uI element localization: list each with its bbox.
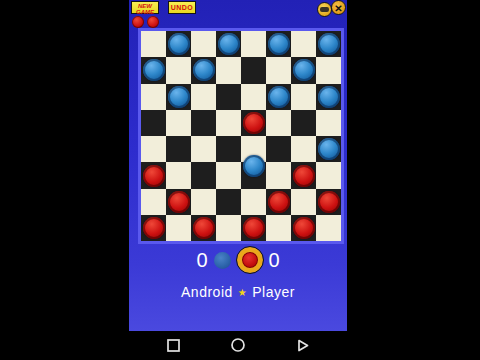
board-square-light xyxy=(191,84,216,110)
board-square-dark[interactable] xyxy=(216,136,241,162)
board-square-dark[interactable] xyxy=(141,57,166,83)
checker-red[interactable] xyxy=(318,191,340,213)
board-square-light xyxy=(266,110,291,136)
captured-red-tray xyxy=(132,16,159,28)
android-nav-bar xyxy=(129,330,347,360)
checker-red[interactable] xyxy=(193,217,215,239)
android-score: 0 xyxy=(196,249,207,272)
undo-button[interactable]: UNDO xyxy=(168,1,196,14)
board-square-dark[interactable] xyxy=(191,57,216,83)
board-square-dark[interactable] xyxy=(141,215,166,241)
player-label: Player xyxy=(252,284,295,300)
board-square-dark[interactable] xyxy=(266,136,291,162)
board-square-light xyxy=(316,215,341,241)
board-square-light xyxy=(316,57,341,83)
board-square-light xyxy=(266,162,291,188)
board-square-dark[interactable] xyxy=(241,57,266,83)
board-square-light xyxy=(316,110,341,136)
board-square-light xyxy=(316,162,341,188)
checker-blue[interactable] xyxy=(143,59,165,81)
back-button[interactable] xyxy=(295,338,310,353)
checker-red[interactable] xyxy=(293,165,315,187)
checker-red[interactable] xyxy=(268,191,290,213)
board-square-dark[interactable] xyxy=(191,110,216,136)
board-square-light xyxy=(216,57,241,83)
checker-red[interactable] xyxy=(243,217,265,239)
close-icon[interactable]: ✕ xyxy=(331,0,346,15)
checker-blue[interactable] xyxy=(218,33,240,55)
checker-red[interactable] xyxy=(143,165,165,187)
board-square-light xyxy=(141,84,166,110)
board-square-dark[interactable] xyxy=(166,84,191,110)
board-square-dark[interactable] xyxy=(166,31,191,57)
board-square-dark[interactable] xyxy=(316,84,341,110)
board-square-dark[interactable] xyxy=(316,189,341,215)
board-square-dark[interactable] xyxy=(316,136,341,162)
board-square-dark[interactable] xyxy=(241,110,266,136)
captured-red-piece-icon xyxy=(132,16,144,28)
board-square-dark[interactable] xyxy=(291,162,316,188)
board-square-dark[interactable] xyxy=(266,31,291,57)
recorder-badge-band xyxy=(320,7,329,12)
home-button[interactable] xyxy=(230,337,246,353)
checker-blue[interactable] xyxy=(318,138,340,160)
board-square-light xyxy=(241,31,266,57)
board-square-dark[interactable] xyxy=(191,215,216,241)
board-square-light xyxy=(141,31,166,57)
board-square-dark[interactable] xyxy=(316,31,341,57)
checker-blue[interactable] xyxy=(243,155,265,177)
board xyxy=(138,28,344,244)
checker-red[interactable] xyxy=(293,217,315,239)
checker-red[interactable] xyxy=(243,112,265,134)
new-game-label-line2: GAME xyxy=(132,9,158,15)
board-square-light xyxy=(141,136,166,162)
blue-piece-icon xyxy=(214,252,231,269)
board-square-dark[interactable] xyxy=(266,84,291,110)
board-square-dark[interactable] xyxy=(241,215,266,241)
captured-red-piece-icon xyxy=(147,16,159,28)
checker-blue[interactable] xyxy=(318,86,340,108)
board-square-light xyxy=(291,31,316,57)
board-square-light xyxy=(291,84,316,110)
board-square-dark[interactable] xyxy=(291,215,316,241)
star-icon: ★ xyxy=(238,287,247,298)
board-square-dark[interactable] xyxy=(216,84,241,110)
score-row: 0 0 xyxy=(129,247,347,273)
board-square-light xyxy=(241,189,266,215)
checker-red[interactable] xyxy=(143,217,165,239)
board-square-light xyxy=(216,110,241,136)
board-square-dark[interactable] xyxy=(166,136,191,162)
checker-blue[interactable] xyxy=(168,86,190,108)
board-square-light xyxy=(191,31,216,57)
board-square-dark[interactable] xyxy=(166,189,191,215)
board-square-dark[interactable] xyxy=(266,189,291,215)
players-caption: Android★Player xyxy=(129,284,347,300)
board-square-dark[interactable] xyxy=(291,110,316,136)
player-score: 0 xyxy=(269,249,280,272)
checker-red[interactable] xyxy=(168,191,190,213)
new-game-button[interactable]: NEW GAME xyxy=(131,1,159,14)
board-square-light xyxy=(191,189,216,215)
phone-screen: NEW GAME UNDO ✕ 0 0 Android★Player xyxy=(129,0,347,360)
board-square-light xyxy=(266,215,291,241)
board-square-light xyxy=(216,215,241,241)
board-square-light xyxy=(166,57,191,83)
board-square-light xyxy=(166,162,191,188)
board-square-light xyxy=(166,110,191,136)
board-square-dark[interactable] xyxy=(216,189,241,215)
recents-button[interactable] xyxy=(166,338,181,353)
board-square-light xyxy=(141,189,166,215)
checker-blue[interactable] xyxy=(268,33,290,55)
board-square-light xyxy=(166,215,191,241)
checker-blue[interactable] xyxy=(193,59,215,81)
red-turn-indicator-icon xyxy=(237,247,263,273)
board-square-light xyxy=(291,189,316,215)
board-square-dark[interactable] xyxy=(141,162,166,188)
checker-blue[interactable] xyxy=(318,33,340,55)
checkers-app: NEW GAME UNDO ✕ 0 0 Android★Player xyxy=(129,0,347,331)
board-square-light xyxy=(241,84,266,110)
recorder-badge-icon xyxy=(317,2,332,17)
board-square-dark[interactable] xyxy=(216,31,241,57)
board-square-light xyxy=(191,136,216,162)
board-square-dark[interactable] xyxy=(291,57,316,83)
board-square-dark[interactable] xyxy=(191,162,216,188)
board-square-dark[interactable] xyxy=(141,110,166,136)
board-square-light xyxy=(291,136,316,162)
android-label: Android xyxy=(181,284,233,300)
checker-blue[interactable] xyxy=(268,86,290,108)
checker-blue[interactable] xyxy=(293,59,315,81)
checker-blue[interactable] xyxy=(168,33,190,55)
video-frame: { "game": "checkers", "position": { "gri… xyxy=(0,0,480,360)
board-square-dark[interactable] xyxy=(241,162,266,188)
board-square-light xyxy=(216,162,241,188)
board-square-light xyxy=(266,57,291,83)
